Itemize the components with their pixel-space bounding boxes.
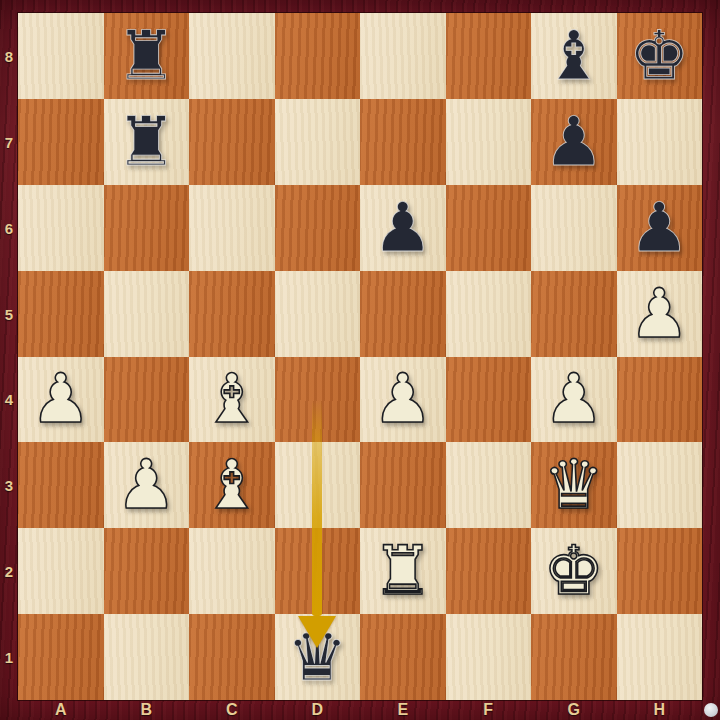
square-b7[interactable]: ♜ [104, 99, 190, 185]
file-label-e: E [397, 701, 408, 719]
square-c6[interactable] [189, 185, 275, 271]
file-label-c: C [226, 701, 238, 719]
square-b1[interactable] [104, 614, 190, 700]
square-f6[interactable] [446, 185, 532, 271]
square-a2[interactable] [18, 528, 104, 614]
corner-dot-icon [704, 703, 718, 717]
white-king[interactable]: ♚ [543, 537, 604, 605]
black-pawn[interactable]: ♟ [372, 194, 433, 262]
black-pawn[interactable]: ♟ [629, 194, 690, 262]
black-king[interactable]: ♚ [629, 22, 690, 90]
move-arrow-shaft [312, 399, 322, 616]
square-e5[interactable] [360, 271, 446, 357]
square-d8[interactable] [275, 13, 361, 99]
square-g5[interactable] [531, 271, 617, 357]
file-label-b: B [140, 701, 152, 719]
square-a8[interactable] [18, 13, 104, 99]
file-label-h: H [653, 701, 665, 719]
white-pawn[interactable]: ♟ [116, 451, 177, 519]
rank-label-5: 5 [0, 305, 18, 322]
square-f8[interactable] [446, 13, 532, 99]
square-g7[interactable]: ♟ [531, 99, 617, 185]
file-label-d: D [311, 701, 323, 719]
rank-label-1: 1 [0, 649, 18, 666]
square-f7[interactable] [446, 99, 532, 185]
square-f1[interactable] [446, 614, 532, 700]
square-g2[interactable]: ♚ [531, 528, 617, 614]
move-arrow-head [298, 616, 336, 648]
square-g8[interactable]: ♝ [531, 13, 617, 99]
square-h7[interactable] [617, 99, 703, 185]
square-a3[interactable] [18, 442, 104, 528]
square-b4[interactable] [104, 357, 190, 443]
square-h5[interactable]: ♟ [617, 271, 703, 357]
square-e8[interactable] [360, 13, 446, 99]
square-b8[interactable]: ♜ [104, 13, 190, 99]
square-c8[interactable] [189, 13, 275, 99]
chess-board: ♜♝♚♜♟♟♟♟♟♝♟♟♟♝♛♜♚♛ [18, 13, 702, 700]
square-e3[interactable] [360, 442, 446, 528]
square-c4[interactable]: ♝ [189, 357, 275, 443]
square-b5[interactable] [104, 271, 190, 357]
square-d5[interactable] [275, 271, 361, 357]
chessboard-frame: ♜♝♚♜♟♟♟♟♟♝♟♟♟♝♛♜♚♛ 87654321 ABCDEFGH [0, 0, 720, 720]
square-h3[interactable] [617, 442, 703, 528]
file-label-f: F [483, 701, 493, 719]
black-rook[interactable]: ♜ [116, 108, 177, 176]
white-queen[interactable]: ♛ [543, 451, 604, 519]
square-c5[interactable] [189, 271, 275, 357]
square-d7[interactable] [275, 99, 361, 185]
square-f5[interactable] [446, 271, 532, 357]
square-e6[interactable]: ♟ [360, 185, 446, 271]
white-rook[interactable]: ♜ [372, 537, 433, 605]
white-pawn[interactable]: ♟ [543, 365, 604, 433]
square-h4[interactable] [617, 357, 703, 443]
square-h8[interactable]: ♚ [617, 13, 703, 99]
white-pawn[interactable]: ♟ [30, 365, 91, 433]
square-g4[interactable]: ♟ [531, 357, 617, 443]
square-a5[interactable] [18, 271, 104, 357]
file-label-g: G [568, 701, 580, 719]
rank-label-4: 4 [0, 391, 18, 408]
square-g6[interactable] [531, 185, 617, 271]
square-a7[interactable] [18, 99, 104, 185]
square-h1[interactable] [617, 614, 703, 700]
file-label-a: A [55, 701, 67, 719]
square-g1[interactable] [531, 614, 617, 700]
square-e7[interactable] [360, 99, 446, 185]
white-bishop[interactable]: ♝ [201, 365, 262, 433]
square-d6[interactable] [275, 185, 361, 271]
square-h2[interactable] [617, 528, 703, 614]
square-h6[interactable]: ♟ [617, 185, 703, 271]
square-c7[interactable] [189, 99, 275, 185]
square-e4[interactable]: ♟ [360, 357, 446, 443]
square-f2[interactable] [446, 528, 532, 614]
square-c2[interactable] [189, 528, 275, 614]
white-pawn[interactable]: ♟ [629, 280, 690, 348]
black-bishop[interactable]: ♝ [543, 22, 604, 90]
rank-label-7: 7 [0, 133, 18, 150]
square-f3[interactable] [446, 442, 532, 528]
square-e2[interactable]: ♜ [360, 528, 446, 614]
black-pawn[interactable]: ♟ [543, 108, 604, 176]
square-c3[interactable]: ♝ [189, 442, 275, 528]
white-pawn[interactable]: ♟ [372, 365, 433, 433]
square-b6[interactable] [104, 185, 190, 271]
square-e1[interactable] [360, 614, 446, 700]
square-a6[interactable] [18, 185, 104, 271]
square-a1[interactable] [18, 614, 104, 700]
rank-label-8: 8 [0, 47, 18, 64]
black-rook[interactable]: ♜ [116, 22, 177, 90]
rank-label-3: 3 [0, 477, 18, 494]
square-g3[interactable]: ♛ [531, 442, 617, 528]
rank-label-6: 6 [0, 219, 18, 236]
square-a4[interactable]: ♟ [18, 357, 104, 443]
square-c1[interactable] [189, 614, 275, 700]
square-b2[interactable] [104, 528, 190, 614]
white-bishop[interactable]: ♝ [201, 451, 262, 519]
rank-label-2: 2 [0, 563, 18, 580]
square-b3[interactable]: ♟ [104, 442, 190, 528]
square-f4[interactable] [446, 357, 532, 443]
